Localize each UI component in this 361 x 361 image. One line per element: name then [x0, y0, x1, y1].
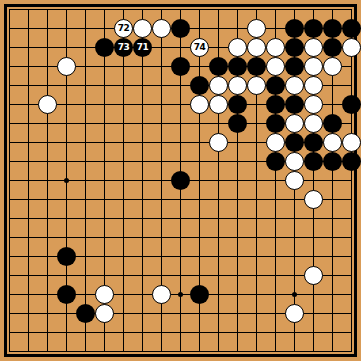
- white-stone: [304, 114, 323, 133]
- white-stone: [209, 76, 228, 95]
- white-stone: [342, 133, 361, 152]
- black-stone: [304, 152, 323, 171]
- black-stone: [304, 19, 323, 38]
- white-stone: [266, 133, 285, 152]
- black-stone: [171, 171, 190, 190]
- black-stone: [342, 19, 361, 38]
- black-stone: [323, 152, 342, 171]
- move-number-label: 74: [194, 43, 206, 52]
- black-stone: [266, 95, 285, 114]
- white-stone: [95, 304, 114, 323]
- star-point: [178, 292, 183, 297]
- move-number-label: 72: [118, 24, 130, 33]
- white-stone: [38, 95, 57, 114]
- white-stone: [304, 57, 323, 76]
- white-stone: [304, 76, 323, 95]
- black-stone: [171, 57, 190, 76]
- stone-move-72: 72: [114, 19, 133, 38]
- white-stone: [285, 171, 304, 190]
- move-number-label: 71: [137, 43, 149, 52]
- white-stone: [304, 95, 323, 114]
- white-stone: [285, 152, 304, 171]
- star-point: [292, 292, 297, 297]
- white-stone: [323, 57, 342, 76]
- black-stone: [228, 114, 247, 133]
- black-stone: [285, 19, 304, 38]
- white-stone: [266, 38, 285, 57]
- grid-line: [9, 275, 352, 276]
- black-stone: [285, 95, 304, 114]
- black-stone: [266, 76, 285, 95]
- white-stone: [133, 19, 152, 38]
- black-stone: [190, 76, 209, 95]
- white-stone: [228, 76, 247, 95]
- white-stone: [209, 95, 228, 114]
- black-stone: [57, 247, 76, 266]
- black-stone: [95, 38, 114, 57]
- grid-line: [9, 237, 352, 238]
- white-stone: [152, 285, 171, 304]
- grid-line: [9, 218, 352, 219]
- black-stone: [228, 57, 247, 76]
- white-stone: [304, 190, 323, 209]
- black-stone: [266, 114, 285, 133]
- black-stone: [285, 57, 304, 76]
- white-stone: [323, 133, 342, 152]
- white-stone: [342, 38, 361, 57]
- black-stone: [304, 133, 323, 152]
- black-stone: [323, 19, 342, 38]
- black-stone: [209, 57, 228, 76]
- white-stone: [304, 266, 323, 285]
- stone-move-73: 73: [114, 38, 133, 57]
- white-stone: [152, 19, 171, 38]
- white-stone: [247, 76, 266, 95]
- black-stone: [342, 95, 361, 114]
- white-stone: [228, 38, 247, 57]
- black-stone: [342, 152, 361, 171]
- grid-line: [9, 351, 352, 352]
- white-stone: [285, 304, 304, 323]
- black-stone: [57, 285, 76, 304]
- black-stone: [266, 152, 285, 171]
- grid-line: [9, 332, 352, 333]
- move-number-label: 73: [118, 43, 130, 52]
- black-stone: [323, 38, 342, 57]
- white-stone: [95, 285, 114, 304]
- star-point: [64, 178, 69, 183]
- white-stone: [304, 38, 323, 57]
- white-stone: [209, 133, 228, 152]
- white-stone: [247, 19, 266, 38]
- black-stone: [285, 38, 304, 57]
- go-board[interactable]: 72737174: [0, 0, 361, 361]
- white-stone: [266, 57, 285, 76]
- black-stone: [247, 57, 266, 76]
- white-stone: [190, 95, 209, 114]
- black-stone: [76, 304, 95, 323]
- black-stone: [190, 285, 209, 304]
- black-stone: [323, 114, 342, 133]
- white-stone: [57, 57, 76, 76]
- white-stone: [247, 38, 266, 57]
- black-stone: [171, 19, 190, 38]
- grid-line: [351, 9, 352, 352]
- black-stone: [228, 95, 247, 114]
- black-stone: [285, 133, 304, 152]
- stone-move-71: 71: [133, 38, 152, 57]
- white-stone: [285, 76, 304, 95]
- white-stone: [285, 114, 304, 133]
- grid-line: [9, 199, 352, 200]
- stone-move-74: 74: [190, 38, 209, 57]
